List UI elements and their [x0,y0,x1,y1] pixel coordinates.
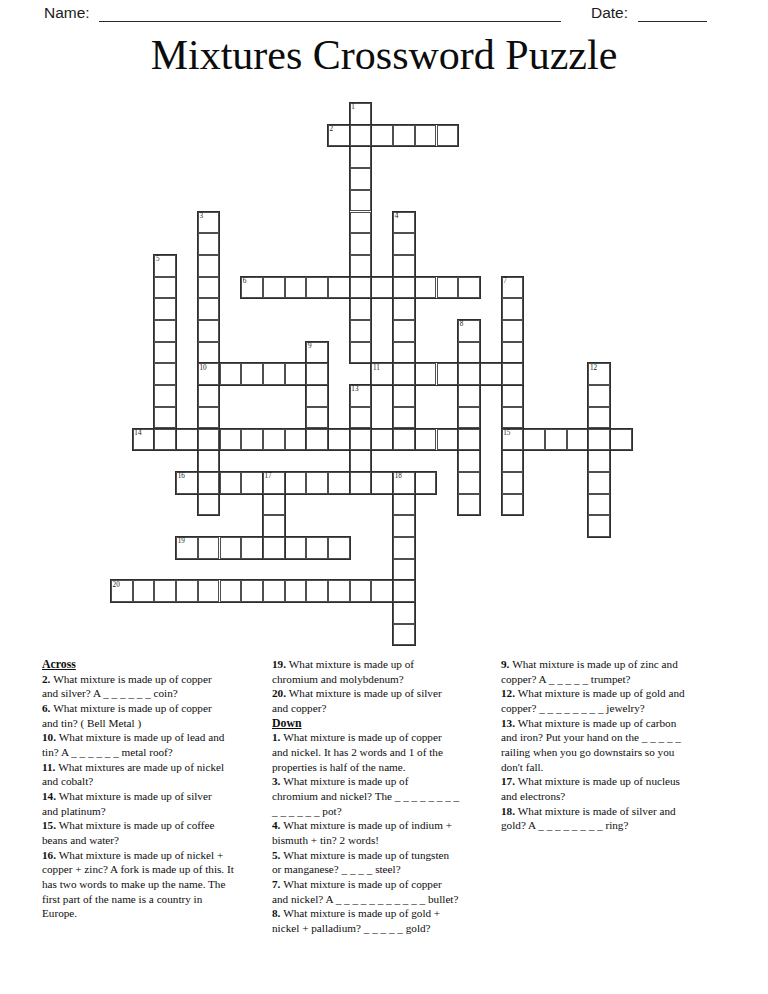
clue-text: What mixture is made up of copper and ni… [272,731,443,772]
clue-text: What mixture is made up of chromium and … [272,658,414,685]
clue-number: 12. [501,687,515,699]
clue-text: What mixture is made up of coffee beans … [42,819,215,846]
grid-cell[interactable] [415,363,437,385]
grid-cell[interactable] [328,429,350,451]
clue-number: 2. [42,673,50,685]
grid-cell[interactable] [415,277,437,299]
grid-cell[interactable] [393,233,415,255]
grid-cell[interactable] [393,515,415,537]
grid-cell[interactable] [350,429,372,451]
name-label: Name: [44,4,90,22]
grid-cell[interactable] [588,385,610,407]
cell-number-13: 13 [351,386,358,393]
grid-cell[interactable] [567,429,589,451]
cell-number-10: 10 [199,365,206,372]
clue-9: 9.What mixture is made up of zinc and co… [501,657,726,686]
grid-cell[interactable] [393,255,415,277]
grid-cell[interactable] [198,298,220,320]
cell-number-1: 1 [351,104,355,111]
grid-cell[interactable] [198,429,220,451]
grid-cell[interactable] [393,298,415,320]
grid-cell[interactable] [502,320,524,342]
grid-cell[interactable] [350,407,372,429]
grid-cell[interactable] [393,385,415,407]
clue-number: 18. [501,805,515,817]
grid-cell[interactable] [350,233,372,255]
grid-cell[interactable] [437,429,459,451]
grid-cell[interactable] [198,255,220,277]
grid-cell[interactable] [350,320,372,342]
clue-3: 3.What mixture is made up of chromium an… [272,774,498,818]
grid-cell[interactable] [393,407,415,429]
grid-cell[interactable] [350,450,372,472]
grid-cell[interactable] [263,580,285,602]
clue-text: What mixtures are made up of nickel and … [42,761,224,788]
grid-cell[interactable] [545,429,567,451]
clue-text: What mixture is made up of gold + nickel… [272,907,440,934]
grid-cell[interactable] [523,429,545,451]
grid-cell[interactable] [502,494,524,516]
grid-cell[interactable] [328,537,350,559]
grid-cell[interactable] [285,363,307,385]
grid-cell[interactable] [154,385,176,407]
grid-cell[interactable] [437,277,459,299]
grid-cell[interactable] [588,450,610,472]
grid-cell[interactable] [393,125,415,147]
clue-number: 5. [272,849,280,861]
worksheet-page: { "game": "crossword", "state": "unfille… [0,0,768,994]
clue-text: What mixture is made up of lead and tin?… [42,731,224,758]
grid-cell[interactable] [350,342,372,364]
grid-cell[interactable] [198,494,220,516]
grid-cell[interactable] [306,277,328,299]
clue-18: 18.What mixture is made of silver and go… [501,804,726,833]
clue-10: 10.What mixture is made up of lead and t… [42,730,270,759]
grid-cell[interactable] [393,320,415,342]
cell-number-17: 17 [265,473,272,480]
cell-number-8: 8 [460,321,464,328]
grid-cell[interactable] [502,407,524,429]
clue-number: 10. [42,731,56,743]
clue-16: 16.What mixture is made up of nickel + c… [42,848,270,921]
grid-cell[interactable] [176,429,198,451]
grid-cell[interactable] [350,212,372,234]
grid-cell[interactable] [154,277,176,299]
grid-cell[interactable] [371,277,393,299]
clue-text: What mixture is made up of tungsten or m… [272,849,449,876]
grid-cell[interactable] [371,429,393,451]
clue-text: What mixture is made up of copper and si… [42,673,212,700]
grid-cell[interactable] [220,429,242,451]
grid-cell[interactable] [350,298,372,320]
clue-number: 15. [42,819,56,831]
clue-column-right: 9.What mixture is made up of zinc and co… [501,657,726,833]
cell-number-20: 20 [113,582,120,589]
grid-cell[interactable] [241,580,263,602]
grid-cell[interactable] [502,472,524,494]
clue-number: 19. [272,658,286,670]
grid-cell[interactable] [393,537,415,559]
grid-cell[interactable] [306,429,328,451]
grid-cell[interactable] [371,472,393,494]
clue-text: What mixture is made up of copper and ni… [272,878,458,905]
grid-cell[interactable] [393,602,415,624]
grid-cell[interactable] [350,125,372,147]
grid-cell[interactable] [393,559,415,581]
grid-cell[interactable] [198,320,220,342]
grid-cell[interactable] [458,472,480,494]
grid-cell[interactable] [154,429,176,451]
grid-cell[interactable] [198,580,220,602]
grid-cell[interactable] [393,624,415,646]
cell-number-16: 16 [178,473,185,480]
grid-cell[interactable] [350,190,372,212]
cell-number-19: 19 [178,538,185,545]
grid-cell[interactable] [285,537,307,559]
grid-cell[interactable] [154,320,176,342]
clue-13: 13.What mixture is made up of carbon and… [501,716,726,775]
clue-text: What mixture is made up of gold and copp… [501,687,685,714]
grid-cell[interactable] [393,277,415,299]
clue-text: What mixture is made up of zinc and copp… [501,658,678,685]
grid-cell[interactable] [458,429,480,451]
grid-cell[interactable] [306,537,328,559]
cell-number-3: 3 [199,213,203,220]
grid-cell[interactable] [154,342,176,364]
clue-17: 17.What mixture is made up of nucleus an… [501,774,726,803]
grid-cell[interactable] [502,342,524,364]
grid-cell[interactable] [437,363,459,385]
grid-cell[interactable] [350,255,372,277]
grid-cell[interactable] [437,125,459,147]
grid-cell[interactable] [306,363,328,385]
clue-7: 7.What mixture is made up of copper and … [272,877,498,906]
cell-number-18: 18 [395,473,402,480]
clue-number: 20. [272,687,286,699]
grid-cell[interactable] [371,125,393,147]
grid-cell[interactable] [198,472,220,494]
clue-number: 13. [501,717,515,729]
clue-column-across: Across2.What mixture is made up of coppe… [42,657,270,921]
clue-text: What mixture is made up of indium + bism… [272,819,452,846]
grid-cell[interactable] [306,407,328,429]
grid-cell[interactable] [502,385,524,407]
grid-cell[interactable] [263,363,285,385]
grid-cell[interactable] [588,407,610,429]
clue-11: 11.What mixtures are made up of nickel a… [42,760,270,789]
clue-19: 19.What mixture is made up of chromium a… [272,657,498,686]
grid-cell[interactable] [328,277,350,299]
grid-cell[interactable] [328,580,350,602]
clue-text: What mixture is made up of carbon and ir… [501,717,681,773]
grid-cell[interactable] [306,580,328,602]
clue-number: 4. [272,819,280,831]
grid-cell[interactable] [241,363,263,385]
grid-cell[interactable] [154,580,176,602]
cell-number-2: 2 [330,126,334,133]
grid-cell[interactable] [285,580,307,602]
grid-cell[interactable] [220,472,242,494]
grid-cell[interactable] [306,472,328,494]
clue-number: 6. [42,702,50,714]
grid-cell[interactable] [480,363,502,385]
cell-number-5: 5 [156,256,160,263]
grid-cell[interactable] [263,515,285,537]
grid-cell[interactable] [154,363,176,385]
grid-cell[interactable] [241,429,263,451]
cell-number-15: 15 [503,430,510,437]
cell-number-14: 14 [134,430,141,437]
clue-text: What mixture is made up of nickel + copp… [42,849,234,920]
clue-number: 7. [272,878,280,890]
name-fill-line[interactable] [99,21,561,22]
grid-cell[interactable] [198,233,220,255]
clue-number: 11. [42,761,55,773]
clue-4: 4.What mixture is made up of indium + bi… [272,818,498,847]
clue-15: 15.What mixture is made up of coffee bea… [42,818,270,847]
page-title: Mixtures Crossword Puzzle [0,33,768,77]
grid-cell[interactable] [176,580,198,602]
grid-cell[interactable] [350,472,372,494]
grid-cell[interactable] [458,450,480,472]
grid-cell[interactable] [263,277,285,299]
grid-cell[interactable] [588,494,610,516]
clue-text: What mixture is made of silver and gold?… [501,805,676,832]
grid-cell[interactable] [350,580,372,602]
grid-cell[interactable] [285,472,307,494]
cell-number-6: 6 [243,278,247,285]
grid-cell[interactable] [350,168,372,190]
grid-cell[interactable] [241,537,263,559]
grid-cell[interactable] [458,385,480,407]
grid-cell[interactable] [328,472,350,494]
clue-14: 14.What mixture is made up of silver and… [42,789,270,818]
cell-number-12: 12 [590,365,597,372]
clue-number: 1. [272,731,280,743]
grid-cell[interactable] [198,385,220,407]
grid-cell[interactable] [263,494,285,516]
grid-cell[interactable] [198,342,220,364]
grid-cell[interactable] [502,363,524,385]
grid-cell[interactable] [198,537,220,559]
grid-cell[interactable] [133,580,155,602]
grid-cell[interactable] [285,277,307,299]
clue-column-middle: 19.What mixture is made up of chromium a… [272,657,498,935]
grid-cell[interactable] [241,472,263,494]
grid-cell[interactable] [393,494,415,516]
grid-cell[interactable] [610,429,632,451]
cell-number-11: 11 [373,365,380,372]
grid-cell[interactable] [220,363,242,385]
grid-cell[interactable] [415,429,437,451]
grid-cell[interactable] [263,429,285,451]
grid-cell[interactable] [154,407,176,429]
clue-number: 16. [42,849,56,861]
grid-cell[interactable] [393,342,415,364]
clue-text: What mixture is made up of silver and pl… [42,790,212,817]
grid-cell[interactable] [285,429,307,451]
grid-cell[interactable] [393,580,415,602]
grid-cell[interactable] [263,537,285,559]
grid-cell[interactable] [502,298,524,320]
down-heading: Down [272,716,498,731]
grid-cell[interactable] [220,580,242,602]
grid-cell[interactable] [306,385,328,407]
clue-number: 14. [42,790,56,802]
grid-cell[interactable] [588,472,610,494]
grid-cell[interactable] [415,472,437,494]
grid-cell[interactable] [220,537,242,559]
grid-cell[interactable] [588,429,610,451]
across-heading: Across [42,657,270,672]
grid-cell[interactable] [415,125,437,147]
grid-cell[interactable] [458,407,480,429]
grid-cell[interactable] [198,407,220,429]
cell-number-7: 7 [503,278,507,285]
clue-1: 1.What mixture is made up of copper and … [272,730,498,774]
grid-cell[interactable] [393,363,415,385]
cell-number-9: 9 [308,343,312,350]
clue-20: 20.What mixture is made up of silver and… [272,686,498,715]
clue-12: 12.What mixture is made up of gold and c… [501,686,726,715]
clue-text: What mixture is made up of silver and co… [272,687,442,714]
grid-cell[interactable] [458,494,480,516]
clue-text: What mixture is made up of nucleus and e… [501,775,680,802]
grid-cell[interactable] [393,429,415,451]
grid-cell[interactable] [502,450,524,472]
clue-text: What mixture is made up of copper and ti… [42,702,212,729]
clue-6: 6.What mixture is made up of copper and … [42,701,270,730]
clue-number: 9. [501,658,509,670]
grid-cell[interactable] [198,450,220,472]
grid-cell[interactable] [350,277,372,299]
grid-cell[interactable] [371,580,393,602]
date-label: Date: [591,4,628,22]
grid-cell[interactable] [458,363,480,385]
clue-2: 2.What mixture is made up of copper and … [42,672,270,701]
clue-text: What mixture is made up of chromium and … [272,775,459,816]
date-fill-line[interactable] [638,21,707,22]
clue-5: 5.What mixture is made up of tungsten or… [272,848,498,877]
clue-8: 8.What mixture is made up of gold + nick… [272,906,498,935]
grid-cell[interactable] [588,515,610,537]
clue-number: 8. [272,907,280,919]
grid-cell[interactable] [154,298,176,320]
grid-cell[interactable] [350,146,372,168]
grid-cell[interactable] [458,342,480,364]
grid-cell[interactable] [458,277,480,299]
grid-cell[interactable] [198,277,220,299]
clue-number: 17. [501,775,515,787]
clue-number: 3. [272,775,280,787]
cell-number-4: 4 [395,213,399,220]
